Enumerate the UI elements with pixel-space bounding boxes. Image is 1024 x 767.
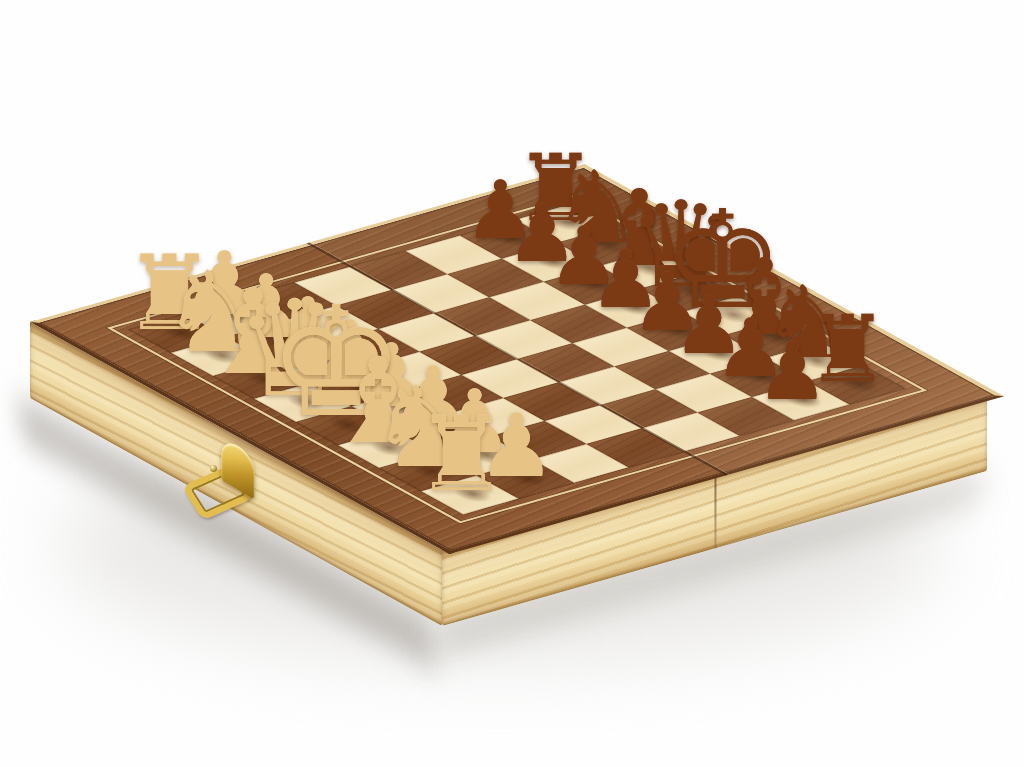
product-photo-scene: ♜♟♞♟♝♟♛♟♚♟♟♜♝♟♟♞♞♟♟♝♜♟♟♛♟♚♟♝♟♞♟♜ (0, 0, 1024, 767)
clasp-screw (210, 465, 217, 472)
black-pawn-piece[interactable]: ♟ (756, 331, 828, 412)
box-fold-seam-front (714, 472, 716, 549)
clasp (188, 438, 284, 524)
white-rook-piece[interactable]: ♜ (415, 403, 508, 507)
